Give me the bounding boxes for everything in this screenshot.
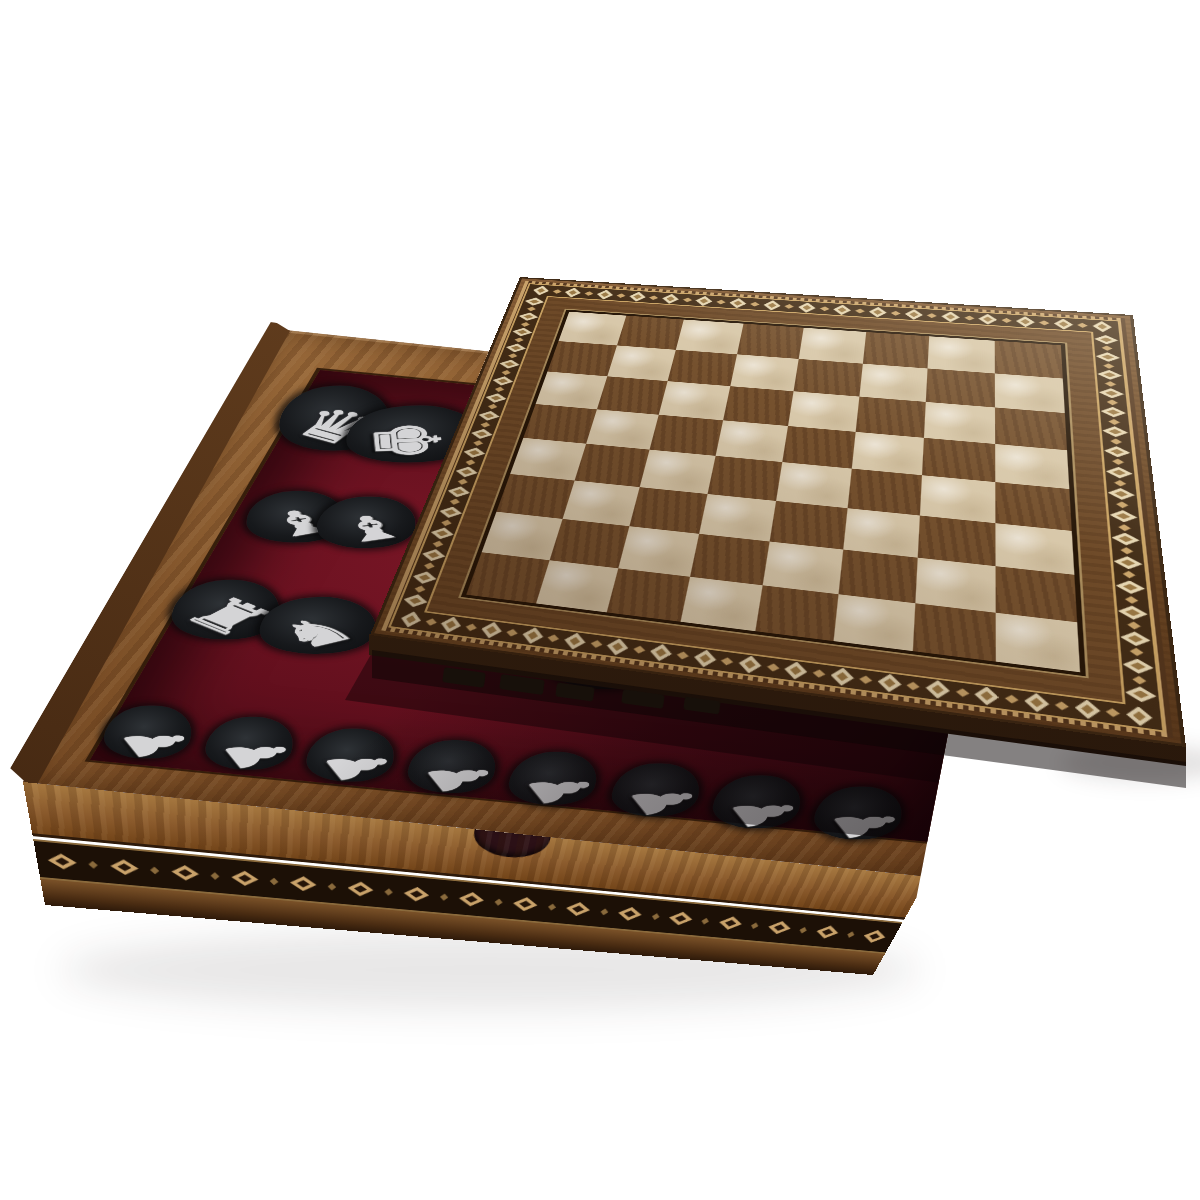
inlay-diamond-center-icon: [611, 642, 624, 652]
inlay-diamond-icon: [1124, 685, 1157, 705]
inlay-dot-icon: [1114, 480, 1126, 486]
inlay-dot-icon: [1055, 702, 1069, 711]
inlay-diamond-center-icon: [483, 413, 495, 419]
inlay-diamond-center-icon: [744, 659, 757, 669]
inlay-dot-icon: [683, 298, 692, 302]
inlay-diamond-center-icon: [836, 671, 849, 682]
inlay-diamond-center-icon: [427, 551, 441, 558]
inlay-diamond-icon: [1115, 579, 1145, 596]
inlay-dot-icon: [1039, 320, 1049, 325]
inlay-diamond-center-icon: [504, 361, 516, 366]
inlay-diamond-icon: [1122, 657, 1154, 676]
square-empty: [926, 368, 995, 407]
inlay-diamond-center-icon: [1132, 710, 1146, 721]
inlay-diamond-icon: [1117, 604, 1148, 621]
square-empty: [924, 402, 995, 444]
inlay-diamond-center-icon: [1097, 324, 1107, 330]
inlay-diamond-center-icon: [802, 305, 812, 311]
inlay-dot-icon: [1120, 547, 1133, 554]
inlay-diamond-center-icon: [1102, 354, 1115, 360]
inlay-diamond-center-icon: [1103, 372, 1116, 378]
inlay-dot-icon: [425, 618, 436, 625]
inlay-dot-icon: [450, 499, 460, 505]
inlay-diamond-icon: [1104, 445, 1131, 458]
inlay-dot-icon: [716, 300, 725, 305]
inlay-diamond-center-icon: [655, 648, 668, 658]
inlay-dot-icon: [458, 479, 468, 485]
inlay-dot-icon: [473, 440, 483, 446]
inlay-dot-icon: [767, 663, 779, 671]
inlay-diamond-center-icon: [475, 431, 488, 437]
inlay-dot-icon: [502, 370, 511, 375]
inlay-dot-icon: [927, 313, 937, 318]
square-empty: [676, 320, 743, 355]
inlay-diamond-icon: [531, 285, 550, 296]
square-empty: [668, 350, 737, 387]
inlay-diamond-center-icon: [1125, 608, 1140, 617]
inlay-diamond-icon: [520, 626, 546, 645]
inlay-dot-icon: [813, 670, 826, 678]
inlay-diamond-icon: [1095, 351, 1120, 362]
inlay-diamond-center-icon: [526, 631, 539, 641]
square-empty: [586, 409, 659, 450]
board-foot: [442, 667, 486, 688]
inlay-diamond-center-icon: [529, 299, 540, 304]
square-empty: [995, 612, 1080, 672]
inlay-diamond-center-icon: [1116, 512, 1130, 519]
inlay-diamond-center-icon: [981, 690, 993, 701]
inlay-diamond-center-icon: [536, 288, 546, 293]
inlay-diamond-icon: [1024, 691, 1050, 713]
inlay-diamond-center-icon: [408, 597, 422, 605]
inlay-diamond-icon: [648, 643, 674, 663]
inlay-diamond-center-icon: [468, 450, 481, 456]
inlay-dot-icon: [1127, 622, 1140, 630]
inlay-diamond-center-icon: [789, 665, 802, 675]
inlay-diamond-center-icon: [568, 290, 578, 295]
inlay-diamond-center-icon: [485, 625, 498, 635]
inlay-diamond-icon: [438, 615, 464, 634]
inlay-diamond-center-icon: [699, 298, 709, 304]
inlay-dot-icon: [515, 338, 524, 343]
inlay-diamond-center-icon: [1107, 409, 1120, 415]
inlay-diamond-icon: [925, 679, 950, 701]
inlay-dot-icon: [553, 289, 562, 293]
inlay-diamond-center-icon: [444, 509, 457, 516]
inlay-dot-icon: [1005, 695, 1019, 703]
inlay-dot-icon: [859, 676, 872, 684]
inlay-dot-icon: [1110, 439, 1122, 445]
square-empty: [680, 576, 763, 631]
square-empty: [650, 414, 723, 455]
square-empty: [855, 397, 926, 438]
inlay-diamond-center-icon: [435, 530, 449, 537]
inlay-diamond-icon: [797, 302, 816, 313]
square-empty: [536, 560, 619, 613]
inlay-dot-icon: [433, 541, 443, 547]
inlay-diamond-center-icon: [1021, 319, 1031, 325]
inlay-diamond-icon: [941, 311, 960, 323]
inlay-diamond-icon: [877, 672, 902, 693]
inlay-diamond-center-icon: [983, 316, 992, 322]
inlay-diamond-icon: [1113, 555, 1143, 571]
square-empty: [794, 359, 863, 397]
inlay-dot-icon: [415, 586, 426, 593]
inlay-diamond-icon: [1126, 705, 1154, 728]
board-foot: [683, 697, 720, 715]
inlay-dot-icon: [855, 309, 865, 314]
inlay-diamond-center-icon: [932, 684, 944, 695]
square-empty: [523, 404, 596, 444]
inlay-dot-icon: [508, 354, 517, 359]
inlay-dot-icon: [1132, 676, 1146, 684]
inlay-diamond-center-icon: [1114, 490, 1128, 497]
inlay-dot-icon: [1106, 708, 1120, 717]
inlay-dot-icon: [1103, 363, 1114, 368]
inlay-dot-icon: [964, 316, 974, 321]
inlay-diamond-icon: [1102, 425, 1129, 438]
inlay-diamond-icon: [830, 666, 855, 687]
inlay-dot-icon: [1001, 318, 1011, 323]
inlay-dot-icon: [1112, 459, 1124, 465]
inlay-dot-icon: [907, 682, 920, 690]
board-foot: [499, 674, 545, 695]
square-empty: [607, 345, 676, 381]
square-empty: [913, 603, 995, 662]
inlay-diamond-center-icon: [837, 307, 846, 313]
square-empty: [715, 420, 788, 462]
inlay-dot-icon: [488, 404, 497, 409]
inlay-diamond-icon: [783, 660, 808, 681]
square-empty: [737, 324, 804, 359]
inlay-diamond-center-icon: [1120, 559, 1135, 567]
inlay-diamond-center-icon: [517, 330, 529, 335]
inlay-dot-icon: [521, 322, 530, 327]
square-empty: [994, 373, 1064, 413]
square-empty: [607, 568, 690, 622]
inlay-dot-icon: [820, 306, 830, 311]
inlay-dot-icon: [633, 646, 645, 654]
inlay-dot-icon: [548, 635, 559, 642]
inlay-diamond-icon: [1097, 369, 1123, 381]
inlay-dot-icon: [424, 563, 434, 570]
inlay-diamond-center-icon: [510, 345, 522, 350]
inlay-diamond-icon: [1111, 531, 1140, 546]
inlay-dot-icon: [466, 624, 477, 631]
inlay-dot-icon: [1105, 381, 1116, 386]
inlay-dot-icon: [1107, 400, 1118, 406]
inlay-diamond-icon: [974, 685, 999, 707]
inlay-diamond-center-icon: [883, 678, 895, 689]
inlay-diamond-icon: [692, 648, 717, 668]
inlay-diamond-center-icon: [490, 395, 502, 401]
inlay-diamond-icon: [562, 631, 588, 651]
inlay-dot-icon: [507, 629, 518, 636]
inlay-diamond-center-icon: [1081, 704, 1094, 715]
inlay-diamond-center-icon: [600, 292, 610, 297]
inlay-dot-icon: [750, 302, 759, 307]
inlay-diamond-center-icon: [1133, 689, 1149, 699]
inlay-diamond-center-icon: [452, 488, 465, 495]
square-empty: [510, 438, 585, 480]
product-photo-scene: ♛♚♝♝♜♞♞♟♟♟♟♟♟♟♟: [0, 0, 1200, 1200]
inlay-diamond-center-icon: [523, 314, 534, 319]
inlay-diamond-center-icon: [418, 574, 432, 582]
inlay-diamond-center-icon: [699, 653, 712, 663]
inlay-dot-icon: [1116, 502, 1128, 509]
inlay-diamond-icon: [1105, 466, 1133, 480]
inlay-dot-icon: [955, 688, 968, 696]
inlay-diamond-icon: [605, 637, 631, 657]
square-empty: [597, 376, 668, 414]
inlay-dot-icon: [1108, 419, 1120, 425]
inlay-diamond-center-icon: [444, 620, 457, 629]
inlay-dot-icon: [1078, 323, 1089, 328]
square-empty: [994, 341, 1063, 379]
inlay-dot-icon: [1130, 648, 1144, 656]
inlay-diamond-center-icon: [404, 615, 417, 624]
inlay-diamond-center-icon: [767, 303, 777, 309]
inlay-diamond-center-icon: [1130, 661, 1146, 670]
inlay-diamond-center-icon: [1118, 535, 1133, 543]
inlay-diamond-icon: [737, 654, 762, 675]
inlay-diamond-center-icon: [1108, 428, 1121, 434]
square-empty: [859, 363, 928, 402]
inlay-diamond-icon: [479, 621, 505, 640]
inlay-diamond-icon: [868, 306, 887, 318]
inlay-dot-icon: [1123, 571, 1136, 578]
inlay-diamond-center-icon: [666, 296, 676, 301]
inlay-diamond-center-icon: [909, 312, 918, 318]
inlay-dot-icon: [891, 311, 901, 316]
inlay-dot-icon: [495, 387, 504, 392]
square-empty: [755, 585, 838, 641]
square-empty: [723, 386, 794, 426]
inlay-diamond-icon: [1098, 387, 1124, 399]
square-empty: [862, 332, 929, 368]
inlay-dot-icon: [584, 291, 593, 295]
square-empty: [617, 316, 684, 350]
inlay-diamond-icon: [1092, 321, 1112, 333]
square-empty: [928, 336, 995, 373]
inlay-dot-icon: [1118, 524, 1131, 531]
inlay-dot-icon: [1125, 596, 1138, 604]
inlay-dot-icon: [466, 459, 476, 465]
inlay-dot-icon: [590, 640, 602, 648]
square-empty: [730, 354, 799, 391]
inlay-dot-icon: [650, 296, 659, 300]
inlay-diamond-center-icon: [568, 636, 581, 646]
inlay-diamond-center-icon: [1059, 321, 1069, 327]
inlay-diamond-icon: [1094, 334, 1119, 345]
inlay-diamond-center-icon: [460, 469, 473, 475]
inlay-diamond-center-icon: [733, 300, 743, 306]
inlay-diamond-center-icon: [1030, 697, 1043, 708]
square-empty: [659, 381, 730, 420]
inlay-diamond-icon: [398, 610, 424, 629]
board-foot: [621, 689, 665, 709]
inlay-diamond-center-icon: [1112, 469, 1126, 476]
inlay-diamond-center-icon: [497, 378, 509, 383]
inlay-dot-icon: [481, 422, 491, 427]
board-foot: [555, 682, 595, 701]
inlay-diamond-icon: [1120, 630, 1152, 648]
inlay-diamond-center-icon: [1110, 448, 1124, 455]
inlay-dot-icon: [785, 304, 794, 309]
inlay-diamond-icon: [1107, 487, 1135, 501]
inlay-dot-icon: [441, 520, 451, 526]
square-empty: [833, 594, 915, 651]
inlay-diamond-center-icon: [1105, 390, 1118, 396]
inlay-diamond-center-icon: [946, 314, 955, 320]
inlay-diamond-icon: [1109, 509, 1138, 524]
inlay-dot-icon: [677, 652, 689, 660]
inlay-dot-icon: [721, 657, 733, 665]
inlay-diamond-center-icon: [1127, 634, 1143, 643]
inlay-dot-icon: [1102, 346, 1113, 351]
inlay-diamond-center-icon: [633, 294, 643, 299]
square-empty: [788, 391, 859, 431]
square-empty: [799, 328, 866, 364]
square-empty: [536, 371, 607, 409]
inlay-dot-icon: [527, 307, 536, 311]
inlay-diamond-icon: [1100, 406, 1126, 418]
square-empty: [547, 341, 616, 376]
inlay-diamond-center-icon: [1123, 583, 1138, 591]
square-empty: [559, 312, 626, 345]
inlay-diamond-center-icon: [1100, 337, 1112, 342]
inlay-diamond-center-icon: [873, 309, 882, 315]
square-empty: [994, 407, 1067, 450]
inlay-diamond-icon: [1074, 698, 1101, 721]
inlay-dot-icon: [617, 293, 626, 297]
